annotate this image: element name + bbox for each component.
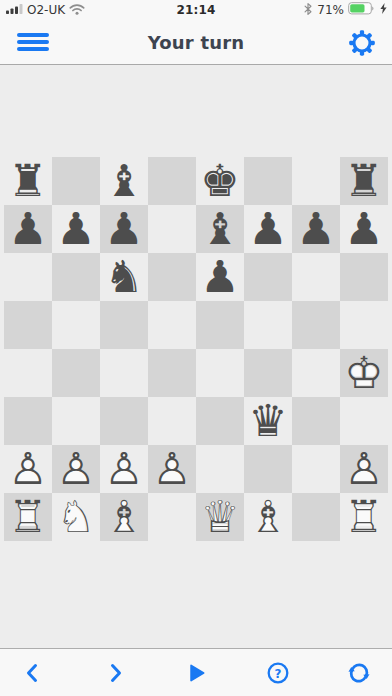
square-f1[interactable]: ♝♗ [244, 493, 292, 541]
refresh-icon [346, 660, 372, 686]
status-bar: O2-UK 21:14 71% [0, 0, 392, 20]
white-rook[interactable]: ♜♖ [344, 495, 383, 539]
white-piece-outline: ♕ [200, 495, 239, 539]
white-pawn[interactable]: ♟♙ [344, 447, 383, 491]
square-c4[interactable] [100, 349, 148, 397]
square-a8[interactable]: ♜ [4, 157, 52, 205]
square-e6[interactable]: ♟ [196, 253, 244, 301]
square-g1[interactable] [292, 493, 340, 541]
black-bishop[interactable]: ♝ [104, 159, 143, 203]
square-b5[interactable] [52, 301, 100, 349]
square-c5[interactable] [100, 301, 148, 349]
nav-bar: Your turn [0, 20, 392, 64]
black-rook[interactable]: ♜ [8, 159, 47, 203]
square-c6[interactable]: ♞ [100, 253, 148, 301]
square-h6[interactable] [340, 253, 388, 301]
help-button[interactable]: ? [255, 651, 301, 695]
square-d4[interactable] [148, 349, 196, 397]
square-f2[interactable] [244, 445, 292, 493]
square-g5[interactable] [292, 301, 340, 349]
square-g7[interactable]: ♟ [292, 205, 340, 253]
square-h2[interactable]: ♟♙ [340, 445, 388, 493]
square-c2[interactable]: ♟♙ [100, 445, 148, 493]
black-pawn[interactable]: ♟ [344, 207, 383, 251]
play-icon [183, 660, 209, 686]
square-g2[interactable] [292, 445, 340, 493]
black-pawn[interactable]: ♟ [56, 207, 95, 251]
square-g6[interactable] [292, 253, 340, 301]
black-pawn[interactable]: ♟ [248, 207, 287, 251]
square-a3[interactable] [4, 397, 52, 445]
square-e5[interactable] [196, 301, 244, 349]
page-title: Your turn [0, 32, 392, 53]
back-button[interactable] [10, 651, 56, 695]
square-b2[interactable]: ♟♙ [52, 445, 100, 493]
square-h1[interactable]: ♜♖ [340, 493, 388, 541]
white-piece-outline: ♙ [56, 447, 95, 491]
square-b3[interactable] [52, 397, 100, 445]
square-e3[interactable] [196, 397, 244, 445]
square-c1[interactable]: ♝♗ [100, 493, 148, 541]
white-pawn[interactable]: ♟♙ [104, 447, 143, 491]
square-a6[interactable] [4, 253, 52, 301]
square-c7[interactable]: ♟ [100, 205, 148, 253]
play-button[interactable] [173, 651, 219, 695]
svg-text:?: ? [274, 667, 281, 681]
white-pawn[interactable]: ♟♙ [8, 447, 47, 491]
square-f4[interactable] [244, 349, 292, 397]
square-f6[interactable] [244, 253, 292, 301]
black-pawn[interactable]: ♟ [8, 207, 47, 251]
white-pawn[interactable]: ♟♙ [152, 447, 191, 491]
square-d1[interactable] [148, 493, 196, 541]
square-d3[interactable] [148, 397, 196, 445]
white-piece-outline: ♙ [104, 447, 143, 491]
square-h3[interactable] [340, 397, 388, 445]
black-pawn[interactable]: ♟ [296, 207, 335, 251]
black-rook[interactable]: ♜ [344, 159, 383, 203]
square-d8[interactable] [148, 157, 196, 205]
white-piece-outline: ♘ [56, 495, 95, 539]
white-bishop[interactable]: ♝♗ [248, 495, 287, 539]
white-king[interactable]: ♚♔ [344, 351, 383, 395]
settings-button[interactable] [346, 27, 378, 59]
black-queen[interactable]: ♛ [248, 399, 287, 443]
bottom-toolbar: ? [0, 648, 392, 696]
square-b4[interactable] [52, 349, 100, 397]
square-a4[interactable] [4, 349, 52, 397]
square-d6[interactable] [148, 253, 196, 301]
white-piece-outline: ♔ [344, 351, 383, 395]
square-a1[interactable]: ♜♖ [4, 493, 52, 541]
square-h7[interactable]: ♟ [340, 205, 388, 253]
square-c8[interactable]: ♝ [100, 157, 148, 205]
square-d2[interactable]: ♟♙ [148, 445, 196, 493]
question-mark-circle-icon: ? [265, 660, 291, 686]
black-knight[interactable]: ♞ [104, 255, 143, 299]
square-d7[interactable] [148, 205, 196, 253]
square-g4[interactable] [292, 349, 340, 397]
top-chrome: O2-UK 21:14 71% [0, 0, 392, 65]
square-a7[interactable]: ♟ [4, 205, 52, 253]
white-piece-outline: ♙ [152, 447, 191, 491]
white-rook[interactable]: ♜♖ [8, 495, 47, 539]
gear-icon [346, 47, 378, 62]
white-piece-outline: ♙ [8, 447, 47, 491]
square-e1[interactable]: ♛♕ [196, 493, 244, 541]
black-pawn[interactable]: ♟ [104, 207, 143, 251]
square-g8[interactable] [292, 157, 340, 205]
square-g3[interactable] [292, 397, 340, 445]
square-e4[interactable] [196, 349, 244, 397]
black-king[interactable]: ♚ [200, 159, 239, 203]
square-h5[interactable] [340, 301, 388, 349]
square-f5[interactable] [244, 301, 292, 349]
white-piece-outline: ♗ [104, 495, 143, 539]
square-h4[interactable]: ♚♔ [340, 349, 388, 397]
white-piece-outline: ♙ [344, 447, 383, 491]
chess-board[interactable]: ♜♝♚♜♟♟♟♝♟♟♟♞♟♚♔♛♟♙♟♙♟♙♟♙♟♙♜♖♞♘♝♗♛♕♝♗♜♖ [4, 157, 388, 541]
square-f3[interactable]: ♛ [244, 397, 292, 445]
chevron-left-icon [21, 661, 45, 685]
white-piece-outline: ♗ [248, 495, 287, 539]
square-c3[interactable] [100, 397, 148, 445]
chevron-right-icon [103, 661, 127, 685]
white-bishop[interactable]: ♝♗ [104, 495, 143, 539]
square-h8[interactable]: ♜ [340, 157, 388, 205]
square-e7[interactable]: ♝ [196, 205, 244, 253]
black-pawn[interactable]: ♟ [200, 255, 239, 299]
white-pawn[interactable]: ♟♙ [56, 447, 95, 491]
square-b1[interactable]: ♞♘ [52, 493, 100, 541]
square-a2[interactable]: ♟♙ [4, 445, 52, 493]
white-piece-outline: ♖ [8, 495, 47, 539]
status-time: 21:14 [0, 3, 392, 17]
white-knight[interactable]: ♞♘ [56, 495, 95, 539]
white-piece-outline: ♖ [344, 495, 383, 539]
square-b6[interactable] [52, 253, 100, 301]
square-b7[interactable]: ♟ [52, 205, 100, 253]
black-bishop[interactable]: ♝ [200, 207, 239, 251]
square-d5[interactable] [148, 301, 196, 349]
square-f8[interactable] [244, 157, 292, 205]
square-e2[interactable] [196, 445, 244, 493]
square-e8[interactable]: ♚ [196, 157, 244, 205]
forward-button[interactable] [92, 651, 138, 695]
square-f7[interactable]: ♟ [244, 205, 292, 253]
refresh-button[interactable] [336, 651, 382, 695]
white-queen[interactable]: ♛♕ [200, 495, 239, 539]
square-b8[interactable] [52, 157, 100, 205]
square-a5[interactable] [4, 301, 52, 349]
